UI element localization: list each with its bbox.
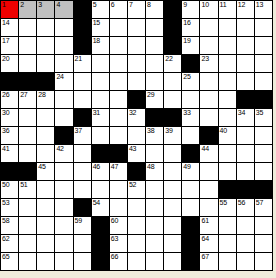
clue-number-45: 45 [38,163,45,171]
clue-number-12: 12 [238,1,245,9]
clue-number-23: 23 [201,55,208,63]
clue-number-8: 8 [147,1,151,9]
cell-r8c1[interactable]: 36 [1,127,18,144]
blocked-cell-r4c11 [182,55,199,72]
cell-r12c13[interactable]: 55 [219,199,236,216]
clue-number-18: 18 [93,37,100,45]
cell-r5c4[interactable]: 24 [55,73,72,90]
cell-r15c10[interactable] [164,253,181,270]
cell-r15c12[interactable]: 67 [200,253,217,270]
blocked-cell-r5c3 [37,73,54,90]
clue-number-2: 2 [20,1,24,9]
cell-r8c14[interactable] [237,127,254,144]
blocked-cell-r15c11 [182,253,199,270]
clue-number-34: 34 [238,109,245,117]
cell-r1c11[interactable]: 9 [182,1,199,18]
cell-r8c5[interactable]: 37 [74,127,91,144]
cell-r13c12[interactable]: 61 [200,217,217,234]
cell-r4c1[interactable]: 20 [1,55,18,72]
clue-number-32: 32 [129,109,136,117]
cell-r5c15[interactable] [255,73,272,90]
clue-number-57: 57 [256,199,263,207]
cell-r6c1[interactable]: 26 [1,91,18,108]
clue-number-43: 43 [129,145,136,153]
blocked-cell-r11c15 [255,181,272,198]
cell-r6c10[interactable] [164,91,181,108]
cell-r12c1[interactable]: 53 [1,199,18,216]
cell-r9c2[interactable] [19,145,36,162]
blocked-cell-r9c6 [92,145,109,162]
clue-number-7: 7 [129,1,133,9]
cell-r12c6[interactable]: 54 [92,199,109,216]
cell-r5c10[interactable] [164,73,181,90]
clue-number-65: 65 [2,253,9,261]
cell-r14c7[interactable]: 63 [110,235,127,252]
cell-r3c11[interactable]: 19 [182,37,199,54]
clue-number-21: 21 [75,55,82,63]
clue-number-60: 60 [111,217,118,225]
clue-number-64: 64 [201,235,208,243]
blocked-cell-r1c5 [74,1,91,18]
blocked-cell-r9c7 [110,145,127,162]
cell-r13c15[interactable] [255,217,272,234]
clue-number-46: 46 [93,163,100,171]
cell-r9c5[interactable] [74,145,91,162]
cell-r2c13[interactable] [219,19,236,36]
cell-r10c9[interactable]: 48 [146,163,163,180]
cell-r1c1[interactable]: 1 [1,1,18,18]
cell-r12c2[interactable] [19,199,36,216]
cell-r12c9[interactable] [146,199,163,216]
blocked-cell-r2c5 [74,19,91,36]
blocked-cell-r14c6 [92,235,109,252]
cell-r13c3[interactable] [37,217,54,234]
cell-r7c12[interactable] [200,109,217,126]
cell-r8c8[interactable] [128,127,145,144]
cell-r13c13[interactable] [219,217,236,234]
blocked-cell-r7c5 [74,109,91,126]
blocked-cell-r11c14 [237,181,254,198]
blocked-cell-r8c12 [200,127,217,144]
cell-r8c11[interactable] [182,127,199,144]
clue-number-22: 22 [165,55,172,63]
clue-number-36: 36 [2,127,9,135]
cell-r9c15[interactable] [255,145,272,162]
blocked-cell-r6c15 [255,91,272,108]
clue-number-31: 31 [93,109,100,117]
blocked-cell-r7c10 [164,109,181,126]
cell-r3c7[interactable] [110,37,127,54]
cell-r12c4[interactable] [55,199,72,216]
cell-r3c1[interactable]: 17 [1,37,18,54]
cell-r6c4[interactable] [55,91,72,108]
cell-r11c1[interactable]: 50 [1,181,18,198]
cell-r14c4[interactable] [55,235,72,252]
cell-r6c11[interactable] [182,91,199,108]
clue-number-16: 16 [183,19,190,27]
blocked-cell-r3c10 [164,37,181,54]
cell-r9c9[interactable] [146,145,163,162]
cell-r15c4[interactable] [55,253,72,270]
cell-r5c11[interactable]: 25 [182,73,199,90]
clue-number-66: 66 [111,253,118,261]
blocked-cell-r5c1 [1,73,18,90]
cell-r5c9[interactable] [146,73,163,90]
cell-r2c8[interactable] [128,19,145,36]
cell-r14c12[interactable]: 64 [200,235,217,252]
cell-r14c9[interactable] [146,235,163,252]
cell-r9c8[interactable]: 43 [128,145,145,162]
cell-r7c7[interactable] [110,109,127,126]
cell-r9c1[interactable]: 41 [1,145,18,162]
cell-r15c14[interactable] [237,253,254,270]
blocked-cell-r10c8 [128,163,145,180]
cell-r10c11[interactable]: 49 [182,163,199,180]
clue-number-35: 35 [256,109,263,117]
cell-r11c10[interactable] [164,181,181,198]
cell-r14c3[interactable] [37,235,54,252]
cell-r5c5[interactable] [74,73,91,90]
clue-number-4: 4 [56,1,60,9]
cell-r4c13[interactable] [219,55,236,72]
clue-number-53: 53 [2,199,9,207]
cell-r4c7[interactable] [110,55,127,72]
cell-r8c9[interactable]: 38 [146,127,163,144]
cell-r8c15[interactable] [255,127,272,144]
cell-r14c2[interactable] [19,235,36,252]
cell-r6c12[interactable] [200,91,217,108]
clue-number-20: 20 [2,55,9,63]
cell-r15c9[interactable] [146,253,163,270]
clue-number-1: 1 [2,1,6,9]
cell-r10c13[interactable] [219,163,236,180]
blocked-cell-r3c5 [74,37,91,54]
clue-number-19: 19 [183,37,190,45]
cell-r1c6[interactable]: 5 [92,1,109,18]
cell-r13c10[interactable] [164,217,181,234]
cell-r12c14[interactable]: 56 [237,199,254,216]
cell-r3c2[interactable] [19,37,36,54]
clue-number-6: 6 [111,1,115,9]
cell-r4c15[interactable] [255,55,272,72]
cell-r4c12[interactable]: 23 [200,55,217,72]
cell-r10c4[interactable] [55,163,72,180]
cell-r6c13[interactable] [219,91,236,108]
cell-r1c12[interactable]: 10 [200,1,217,18]
cell-r11c5[interactable] [74,181,91,198]
cell-r9c3[interactable] [37,145,54,162]
clue-number-48: 48 [147,163,154,171]
clue-number-30: 30 [2,109,9,117]
cell-r5c13[interactable] [219,73,236,90]
cell-r1c15[interactable]: 13 [255,1,272,18]
cell-r1c7[interactable]: 6 [110,1,127,18]
cell-r12c15[interactable]: 57 [255,199,272,216]
cell-r4c6[interactable] [92,55,109,72]
blocked-cell-r6c8 [128,91,145,108]
cell-r9c4[interactable]: 42 [55,145,72,162]
cell-r8c3[interactable] [37,127,54,144]
cell-r4c5[interactable]: 21 [74,55,91,72]
cell-r3c9[interactable] [146,37,163,54]
cell-r14c5[interactable] [74,235,91,252]
cell-r1c9[interactable]: 8 [146,1,163,18]
clue-number-41: 41 [2,145,9,153]
cell-r12c12[interactable] [200,199,217,216]
cell-r3c13[interactable] [219,37,236,54]
clue-number-27: 27 [20,91,27,99]
cell-r6c3[interactable]: 28 [37,91,54,108]
clue-number-42: 42 [56,145,63,153]
cell-r11c3[interactable] [37,181,54,198]
cell-r10c10[interactable] [164,163,181,180]
clue-number-26: 26 [2,91,9,99]
clue-number-29: 29 [147,91,154,99]
cell-r13c5[interactable]: 59 [74,217,91,234]
cell-r8c7[interactable] [110,127,127,144]
cell-r12c10[interactable] [164,199,181,216]
clue-number-37: 37 [75,127,82,135]
cell-r9c10[interactable] [164,145,181,162]
cell-r12c8[interactable] [128,199,145,216]
cell-r13c14[interactable] [237,217,254,234]
clue-number-44: 44 [201,145,208,153]
cell-r7c1[interactable]: 30 [1,109,18,126]
cell-r1c14[interactable]: 12 [237,1,254,18]
cell-r6c2[interactable]: 27 [19,91,36,108]
cell-r4c8[interactable] [128,55,145,72]
cell-r15c3[interactable] [37,253,54,270]
clue-number-50: 50 [2,181,9,189]
cell-r13c8[interactable] [128,217,145,234]
blocked-cell-r13c6 [92,217,109,234]
cell-r12c3[interactable] [37,199,54,216]
cell-r15c7[interactable]: 66 [110,253,127,270]
cell-r10c3[interactable]: 45 [37,163,54,180]
cell-r7c3[interactable] [37,109,54,126]
clue-number-63: 63 [111,235,118,243]
cell-r7c8[interactable]: 32 [128,109,145,126]
cell-r1c8[interactable]: 7 [128,1,145,18]
cell-r13c2[interactable] [19,217,36,234]
clue-number-15: 15 [93,19,100,27]
clue-number-13: 13 [256,1,263,9]
cell-r7c6[interactable]: 31 [92,109,109,126]
cell-r3c12[interactable] [200,37,217,54]
blocked-cell-r1c10 [164,1,181,18]
cell-r12c11[interactable] [182,199,199,216]
crossword-grid: 1234567891011121314151617181920212223242… [0,0,273,271]
cell-r13c4[interactable] [55,217,72,234]
cell-r4c3[interactable] [37,55,54,72]
cell-r6c5[interactable] [74,91,91,108]
cell-r11c4[interactable] [55,181,72,198]
cell-r10c15[interactable] [255,163,272,180]
cell-r11c9[interactable] [146,181,163,198]
cell-r8c13[interactable]: 40 [219,127,236,144]
cell-r15c8[interactable] [128,253,145,270]
cell-r15c13[interactable] [219,253,236,270]
cell-r3c14[interactable] [237,37,254,54]
clue-number-47: 47 [111,163,118,171]
cell-r3c15[interactable] [255,37,272,54]
cell-r10c14[interactable] [237,163,254,180]
cell-r8c10[interactable]: 39 [164,127,181,144]
cell-r15c15[interactable] [255,253,272,270]
cell-r5c12[interactable] [200,73,217,90]
cell-r3c6[interactable]: 18 [92,37,109,54]
cell-r2c12[interactable] [200,19,217,36]
clue-number-3: 3 [38,1,42,9]
cell-r2c4[interactable] [55,19,72,36]
blocked-cell-r2c10 [164,19,181,36]
cell-r5c14[interactable] [237,73,254,90]
cell-r2c1[interactable]: 14 [1,19,18,36]
cell-r14c14[interactable] [237,235,254,252]
blocked-cell-r10c2 [19,163,36,180]
cell-r13c9[interactable] [146,217,163,234]
cell-r5c7[interactable] [110,73,127,90]
cell-r14c1[interactable]: 62 [1,235,18,252]
cell-r7c13[interactable] [219,109,236,126]
clue-number-5: 5 [93,1,97,9]
clue-number-51: 51 [20,181,27,189]
cell-r11c8[interactable]: 52 [128,181,145,198]
clue-number-54: 54 [93,199,100,207]
cell-r6c9[interactable]: 29 [146,91,163,108]
cell-r2c7[interactable] [110,19,127,36]
cell-r11c6[interactable] [92,181,109,198]
clue-number-55: 55 [220,199,227,207]
blocked-cell-r6c14 [237,91,254,108]
clue-number-38: 38 [147,127,154,135]
cell-r8c6[interactable] [92,127,109,144]
cell-r3c4[interactable] [55,37,72,54]
cell-r2c15[interactable] [255,19,272,36]
clue-number-58: 58 [2,217,9,225]
cell-r9c12[interactable]: 44 [200,145,217,162]
cell-r10c5[interactable] [74,163,91,180]
cell-r6c6[interactable] [92,91,109,108]
page-background: 1234567891011121314151617181920212223242… [0,0,276,278]
clue-number-14: 14 [2,19,9,27]
cell-r2c6[interactable]: 15 [92,19,109,36]
cell-r2c14[interactable] [237,19,254,36]
blocked-cell-r7c9 [146,109,163,126]
cell-r1c3[interactable]: 3 [37,1,54,18]
clue-number-52: 52 [129,181,136,189]
clue-number-67: 67 [201,253,208,261]
cell-r2c2[interactable] [19,19,36,36]
cell-r4c10[interactable]: 22 [164,55,181,72]
blocked-cell-r10c1 [1,163,18,180]
clue-number-39: 39 [165,127,172,135]
cell-r6c7[interactable] [110,91,127,108]
blocked-cell-r15c6 [92,253,109,270]
clue-number-28: 28 [38,91,45,99]
clue-number-49: 49 [183,163,190,171]
blocked-cell-r8c4 [55,127,72,144]
clue-number-33: 33 [183,109,190,117]
cell-r7c11[interactable]: 33 [182,109,199,126]
blocked-cell-r14c11 [182,235,199,252]
clue-number-56: 56 [238,199,245,207]
cell-r9c13[interactable] [219,145,236,162]
cell-r14c10[interactable] [164,235,181,252]
clue-number-9: 9 [183,1,187,9]
cell-r12c7[interactable] [110,199,127,216]
cell-r11c7[interactable] [110,181,127,198]
cell-r3c8[interactable] [128,37,145,54]
cell-r10c12[interactable] [200,163,217,180]
cell-r11c12[interactable] [200,181,217,198]
cell-r13c7[interactable]: 60 [110,217,127,234]
clue-number-24: 24 [56,73,63,81]
clue-number-40: 40 [220,127,227,135]
blocked-cell-r12c5 [74,199,91,216]
cell-r2c3[interactable] [37,19,54,36]
cell-r11c11[interactable] [182,181,199,198]
cell-r2c11[interactable]: 16 [182,19,199,36]
cell-r8c2[interactable] [19,127,36,144]
cell-r1c13[interactable]: 11 [219,1,236,18]
cell-r10c7[interactable]: 47 [110,163,127,180]
clue-number-17: 17 [2,37,9,45]
cell-r1c4[interactable]: 4 [55,1,72,18]
blocked-cell-r5c2 [19,73,36,90]
cell-r14c15[interactable] [255,235,272,252]
cell-r5c6[interactable] [92,73,109,90]
cell-r15c2[interactable] [19,253,36,270]
cell-r14c8[interactable] [128,235,145,252]
blocked-cell-r11c13 [219,181,236,198]
cell-r4c4[interactable] [55,55,72,72]
cell-r7c14[interactable]: 34 [237,109,254,126]
cell-r4c9[interactable] [146,55,163,72]
cell-r11c2[interactable]: 51 [19,181,36,198]
cell-r7c4[interactable] [55,109,72,126]
cell-r10c6[interactable]: 46 [92,163,109,180]
clue-number-11: 11 [220,1,227,9]
cell-r7c15[interactable]: 35 [255,109,272,126]
clue-number-10: 10 [201,1,208,9]
clue-number-59: 59 [75,217,82,225]
cell-r3c3[interactable] [37,37,54,54]
cell-r1c2[interactable]: 2 [19,1,36,18]
blocked-cell-r13c11 [182,217,199,234]
cell-r7c2[interactable] [19,109,36,126]
cell-r15c5[interactable] [74,253,91,270]
cell-r2c9[interactable] [146,19,163,36]
clue-number-62: 62 [2,235,9,243]
cell-r4c14[interactable] [237,55,254,72]
cell-r15c1[interactable]: 65 [1,253,18,270]
clue-number-25: 25 [183,73,190,81]
cell-r4c2[interactable] [19,55,36,72]
blocked-cell-r9c11 [182,145,199,162]
clue-number-61: 61 [201,217,208,225]
cell-r14c13[interactable] [219,235,236,252]
cell-r13c1[interactable]: 58 [1,217,18,234]
cell-r5c8[interactable] [128,73,145,90]
cell-r9c14[interactable] [237,145,254,162]
